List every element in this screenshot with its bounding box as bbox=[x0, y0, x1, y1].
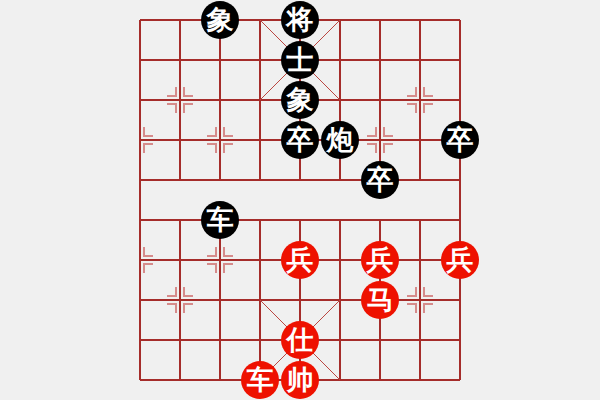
red-general[interactable]: 帅 bbox=[281, 361, 319, 399]
black-soldier[interactable]: 卒 bbox=[441, 121, 479, 159]
black-soldier[interactable]: 卒 bbox=[361, 161, 399, 199]
red-advisor[interactable]: 仕 bbox=[281, 321, 319, 359]
red-soldier[interactable]: 兵 bbox=[441, 241, 479, 279]
screen: 象将士象卒炮卒卒车兵兵兵马仕车帅 bbox=[0, 0, 600, 400]
red-horse[interactable]: 马 bbox=[361, 281, 399, 319]
black-advisor[interactable]: 士 bbox=[281, 41, 319, 79]
black-elephant[interactable]: 象 bbox=[201, 1, 239, 39]
pieces-layer: 象将士象卒炮卒卒车兵兵兵马仕车帅 bbox=[139, 19, 461, 381]
black-cannon[interactable]: 炮 bbox=[321, 121, 359, 159]
red-soldier[interactable]: 兵 bbox=[361, 241, 399, 279]
black-soldier[interactable]: 卒 bbox=[281, 121, 319, 159]
red-chariot[interactable]: 车 bbox=[241, 361, 279, 399]
xiangqi-board: 象将士象卒炮卒卒车兵兵兵马仕车帅 bbox=[139, 19, 461, 381]
black-chariot[interactable]: 车 bbox=[201, 201, 239, 239]
black-elephant[interactable]: 象 bbox=[281, 81, 319, 119]
red-soldier[interactable]: 兵 bbox=[281, 241, 319, 279]
black-general[interactable]: 将 bbox=[281, 1, 319, 39]
